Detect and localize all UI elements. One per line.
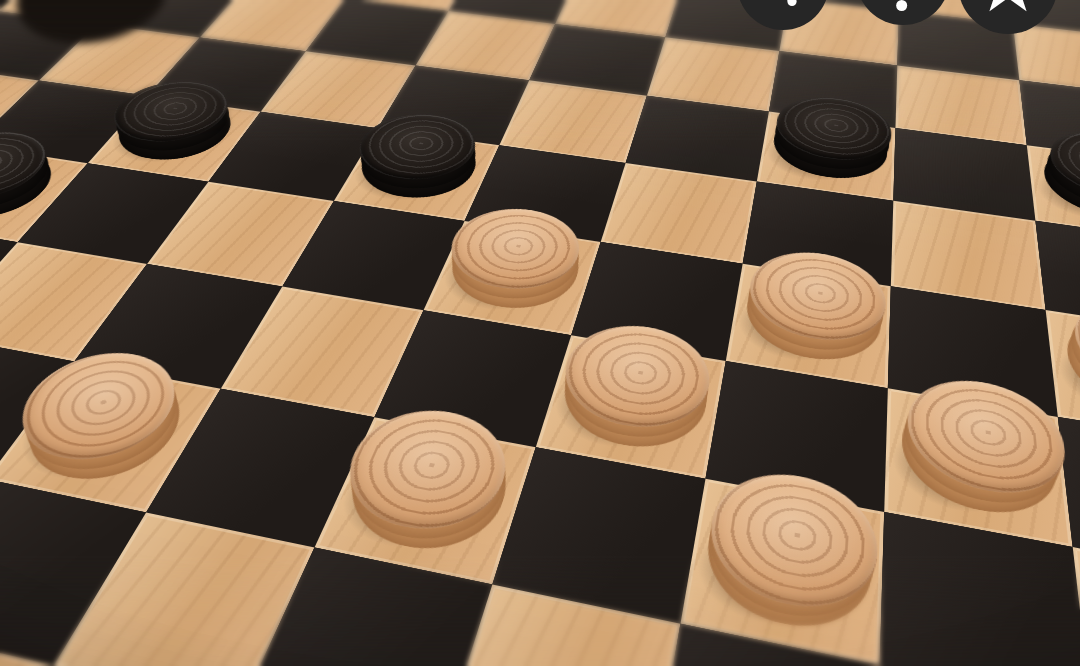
checker-piece-white: ⛀ (550, 344, 713, 467)
checker-piece-white: ⛀ (696, 491, 870, 650)
lens-dot-icon (896, 0, 907, 11)
checker-piece-white: ⛀ (437, 228, 589, 326)
star-icon: ★ (973, 0, 1043, 23)
checker-piece-black: ⛂ (767, 117, 886, 193)
board-photo: ⛂⛂⛂⛂⛂⛀⛀⛀⛀⛀⛀⛀⛀ ★ (0, 0, 1080, 666)
checker-piece-white: ⛀ (738, 272, 879, 379)
checkers-board: ⛂⛂⛂⛂⛂⛀⛀⛀⛀⛀⛀⛀⛀ (0, 0, 1080, 666)
checker-piece-white: ⛀ (898, 398, 1058, 534)
checker-piece-black: ⛂ (346, 134, 488, 213)
